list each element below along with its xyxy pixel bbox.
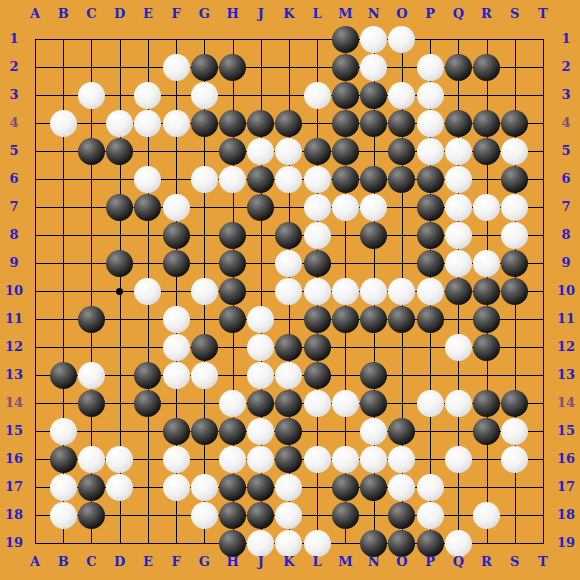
white-stone-L10	[304, 278, 331, 305]
white-stone-L14	[304, 390, 331, 417]
white-stone-N15	[360, 418, 387, 445]
black-stone-H15	[219, 418, 246, 445]
white-stone-Q6	[445, 166, 472, 193]
coord-label-left-16[interactable]: 16	[0, 449, 28, 469]
coord-label-bottom-H[interactable]: H	[219, 552, 247, 572]
coord-label-right-5[interactable]: 5	[552, 141, 580, 161]
coord-label-bottom-E[interactable]: E	[134, 552, 162, 572]
black-stone-L9	[304, 250, 331, 277]
black-stone-C18	[78, 502, 105, 529]
coord-label-left-11[interactable]: 11	[0, 309, 28, 329]
white-stone-F17	[163, 474, 190, 501]
black-stone-N6	[360, 166, 387, 193]
grid-hline-11	[35, 319, 544, 320]
white-stone-N2	[360, 54, 387, 81]
coord-label-left-13[interactable]: 13	[0, 365, 28, 385]
coord-label-left-10[interactable]: 10	[0, 281, 28, 301]
coord-label-left-18[interactable]: 18	[0, 505, 28, 525]
black-stone-J6	[247, 166, 274, 193]
black-stone-R12	[473, 334, 500, 361]
white-stone-H6	[219, 166, 246, 193]
coord-label-top-N[interactable]: N	[360, 4, 388, 24]
white-stone-J12	[247, 334, 274, 361]
black-stone-F9	[163, 250, 190, 277]
coord-label-left-3[interactable]: 3	[0, 85, 28, 105]
white-stone-F7	[163, 194, 190, 221]
white-stone-F12	[163, 334, 190, 361]
black-stone-E7	[134, 194, 161, 221]
black-stone-O5	[388, 138, 415, 165]
black-stone-H2	[219, 54, 246, 81]
white-stone-L6	[304, 166, 331, 193]
coord-label-top-P[interactable]: P	[416, 4, 444, 24]
black-stone-C17	[78, 474, 105, 501]
black-stone-R10	[473, 278, 500, 305]
coord-label-top-T[interactable]: T	[529, 4, 557, 24]
coord-label-right-2[interactable]: 2	[552, 57, 580, 77]
coord-label-left-9[interactable]: 9	[0, 253, 28, 273]
black-stone-F15	[163, 418, 190, 445]
black-stone-L11	[304, 306, 331, 333]
coord-label-right-19[interactable]: 19	[552, 533, 580, 553]
coord-label-bottom-B[interactable]: B	[49, 552, 77, 572]
coord-label-right-9[interactable]: 9	[552, 253, 580, 273]
black-stone-O11	[388, 306, 415, 333]
black-stone-C11	[78, 306, 105, 333]
coord-label-bottom-S[interactable]: S	[501, 552, 529, 572]
black-stone-P8	[417, 222, 444, 249]
black-stone-H5	[219, 138, 246, 165]
white-stone-F2	[163, 54, 190, 81]
black-stone-H11	[219, 306, 246, 333]
white-stone-D4	[106, 110, 133, 137]
white-stone-K6	[275, 166, 302, 193]
black-stone-E14	[134, 390, 161, 417]
black-stone-S9	[501, 250, 528, 277]
white-stone-S5	[501, 138, 528, 165]
coord-label-left-4[interactable]: 4	[0, 113, 28, 133]
white-stone-E10	[134, 278, 161, 305]
black-stone-J7	[247, 194, 274, 221]
black-stone-P9	[417, 250, 444, 277]
white-stone-D17	[106, 474, 133, 501]
black-stone-M5	[332, 138, 359, 165]
black-stone-R15	[473, 418, 500, 445]
black-stone-O15	[388, 418, 415, 445]
white-stone-M14	[332, 390, 359, 417]
coord-label-top-O[interactable]: O	[388, 4, 416, 24]
white-stone-C13	[78, 362, 105, 389]
coord-label-right-15[interactable]: 15	[552, 421, 580, 441]
white-stone-E3	[134, 82, 161, 109]
white-stone-M10	[332, 278, 359, 305]
black-stone-N13	[360, 362, 387, 389]
white-stone-G6	[191, 166, 218, 193]
coord-label-bottom-F[interactable]: F	[162, 552, 190, 572]
black-stone-J17	[247, 474, 274, 501]
black-stone-O6	[388, 166, 415, 193]
black-stone-Q10	[445, 278, 472, 305]
coord-label-top-D[interactable]: D	[106, 4, 134, 24]
coord-label-bottom-A[interactable]: A	[21, 552, 49, 572]
white-stone-R7	[473, 194, 500, 221]
black-stone-G15	[191, 418, 218, 445]
black-stone-B16	[50, 446, 77, 473]
black-stone-G4	[191, 110, 218, 137]
white-stone-K9	[275, 250, 302, 277]
black-stone-M18	[332, 502, 359, 529]
black-stone-M3	[332, 82, 359, 109]
black-stone-O4	[388, 110, 415, 137]
coord-label-top-E[interactable]: E	[134, 4, 162, 24]
coord-label-top-L[interactable]: L	[303, 4, 331, 24]
white-stone-C3	[78, 82, 105, 109]
white-stone-S15	[501, 418, 528, 445]
white-stone-P2	[417, 54, 444, 81]
white-stone-G3	[191, 82, 218, 109]
white-stone-Q8	[445, 222, 472, 249]
black-stone-D5	[106, 138, 133, 165]
white-stone-O17	[388, 474, 415, 501]
coord-label-left-7[interactable]: 7	[0, 197, 28, 217]
grid-vline-T	[543, 39, 544, 544]
black-stone-P11	[417, 306, 444, 333]
black-stone-H17	[219, 474, 246, 501]
white-stone-Q5	[445, 138, 472, 165]
white-stone-S16	[501, 446, 528, 473]
coord-label-left-5[interactable]: 5	[0, 141, 28, 161]
white-stone-O10	[388, 278, 415, 305]
black-stone-R11	[473, 306, 500, 333]
black-stone-P7	[417, 194, 444, 221]
white-stone-P3	[417, 82, 444, 109]
white-stone-O1	[388, 26, 415, 53]
coord-label-right-8[interactable]: 8	[552, 225, 580, 245]
coord-label-right-18[interactable]: 18	[552, 505, 580, 525]
coord-label-left-12[interactable]: 12	[0, 337, 28, 357]
white-stone-S7	[501, 194, 528, 221]
white-stone-O3	[388, 82, 415, 109]
coord-label-left-6[interactable]: 6	[0, 169, 28, 189]
black-stone-C5	[78, 138, 105, 165]
black-stone-F8	[163, 222, 190, 249]
coord-label-bottom-L[interactable]: L	[303, 552, 331, 572]
white-stone-K13	[275, 362, 302, 389]
white-stone-Q14	[445, 390, 472, 417]
star-point-D10	[116, 288, 123, 295]
white-stone-H14	[219, 390, 246, 417]
coord-label-right-4[interactable]: 4	[552, 113, 580, 133]
white-stone-E6	[134, 166, 161, 193]
coord-label-bottom-N[interactable]: N	[360, 552, 388, 572]
black-stone-S14	[501, 390, 528, 417]
white-stone-J13	[247, 362, 274, 389]
coord-label-bottom-Q[interactable]: Q	[444, 552, 472, 572]
black-stone-O18	[388, 502, 415, 529]
coord-label-bottom-M[interactable]: M	[331, 552, 359, 572]
black-stone-C14	[78, 390, 105, 417]
black-stone-N3	[360, 82, 387, 109]
black-stone-K15	[275, 418, 302, 445]
black-stone-J14	[247, 390, 274, 417]
coord-label-left-2[interactable]: 2	[0, 57, 28, 77]
coord-label-top-C[interactable]: C	[77, 4, 105, 24]
black-stone-L5	[304, 138, 331, 165]
white-stone-R9	[473, 250, 500, 277]
black-stone-K16	[275, 446, 302, 473]
black-stone-R14	[473, 390, 500, 417]
coord-label-right-3[interactable]: 3	[552, 85, 580, 105]
coord-label-left-8[interactable]: 8	[0, 225, 28, 245]
coord-label-bottom-K[interactable]: K	[275, 552, 303, 572]
white-stone-M16	[332, 446, 359, 473]
coord-label-right-11[interactable]: 11	[552, 309, 580, 329]
black-stone-Q4	[445, 110, 472, 137]
coord-label-top-Q[interactable]: Q	[444, 4, 472, 24]
black-stone-M1	[332, 26, 359, 53]
white-stone-P4	[417, 110, 444, 137]
coord-label-bottom-R[interactable]: R	[473, 552, 501, 572]
black-stone-L13	[304, 362, 331, 389]
coord-label-top-M[interactable]: M	[331, 4, 359, 24]
coord-label-bottom-O[interactable]: O	[388, 552, 416, 572]
white-stone-J16	[247, 446, 274, 473]
white-stone-N10	[360, 278, 387, 305]
black-stone-B13	[50, 362, 77, 389]
white-stone-Q7	[445, 194, 472, 221]
white-stone-G17	[191, 474, 218, 501]
black-stone-N14	[360, 390, 387, 417]
black-stone-K4	[275, 110, 302, 137]
coord-label-top-K[interactable]: K	[275, 4, 303, 24]
coord-label-left-19[interactable]: 19	[0, 533, 28, 553]
white-stone-L8	[304, 222, 331, 249]
black-stone-Q2	[445, 54, 472, 81]
white-stone-R18	[473, 502, 500, 529]
coord-label-left-15[interactable]: 15	[0, 421, 28, 441]
coord-label-bottom-T[interactable]: T	[529, 552, 557, 572]
black-stone-R4	[473, 110, 500, 137]
white-stone-F11	[163, 306, 190, 333]
black-stone-H10	[219, 278, 246, 305]
black-stone-D7	[106, 194, 133, 221]
white-stone-M7	[332, 194, 359, 221]
black-stone-L12	[304, 334, 331, 361]
coord-label-top-B[interactable]: B	[49, 4, 77, 24]
white-stone-D16	[106, 446, 133, 473]
black-stone-P6	[417, 166, 444, 193]
black-stone-H9	[219, 250, 246, 277]
coord-label-bottom-P[interactable]: P	[416, 552, 444, 572]
black-stone-K12	[275, 334, 302, 361]
coord-label-bottom-C[interactable]: C	[77, 552, 105, 572]
white-stone-F4	[163, 110, 190, 137]
coord-label-left-17[interactable]: 17	[0, 477, 28, 497]
black-stone-K8	[275, 222, 302, 249]
black-stone-J18	[247, 502, 274, 529]
black-stone-M6	[332, 166, 359, 193]
coord-label-right-14[interactable]: 14	[552, 393, 580, 413]
white-stone-P14	[417, 390, 444, 417]
black-stone-S6	[501, 166, 528, 193]
coord-label-right-1[interactable]: 1	[552, 29, 580, 49]
white-stone-P10	[417, 278, 444, 305]
coord-label-right-6[interactable]: 6	[552, 169, 580, 189]
black-stone-M17	[332, 474, 359, 501]
white-stone-J5	[247, 138, 274, 165]
white-stone-B17	[50, 474, 77, 501]
black-stone-R5	[473, 138, 500, 165]
white-stone-L3	[304, 82, 331, 109]
white-stone-N16	[360, 446, 387, 473]
coord-label-top-J[interactable]: J	[247, 4, 275, 24]
black-stone-N17	[360, 474, 387, 501]
white-stone-G10	[191, 278, 218, 305]
coord-label-right-10[interactable]: 10	[552, 281, 580, 301]
coord-label-top-G[interactable]: G	[190, 4, 218, 24]
white-stone-L7	[304, 194, 331, 221]
white-stone-B15	[50, 418, 77, 445]
coord-label-right-13[interactable]: 13	[552, 365, 580, 385]
white-stone-J11	[247, 306, 274, 333]
black-stone-M4	[332, 110, 359, 137]
black-stone-H18	[219, 502, 246, 529]
black-stone-D9	[106, 250, 133, 277]
white-stone-Q12	[445, 334, 472, 361]
white-stone-H16	[219, 446, 246, 473]
black-stone-N4	[360, 110, 387, 137]
coord-label-top-A[interactable]: A	[21, 4, 49, 24]
coord-label-right-12[interactable]: 12	[552, 337, 580, 357]
white-stone-G18	[191, 502, 218, 529]
white-stone-S8	[501, 222, 528, 249]
coord-label-left-14[interactable]: 14	[0, 393, 28, 413]
white-stone-P5	[417, 138, 444, 165]
white-stone-K5	[275, 138, 302, 165]
black-stone-J4	[247, 110, 274, 137]
black-stone-G2	[191, 54, 218, 81]
coord-label-top-H[interactable]: H	[219, 4, 247, 24]
white-stone-P17	[417, 474, 444, 501]
black-stone-E13	[134, 362, 161, 389]
coord-label-top-S[interactable]: S	[501, 4, 529, 24]
white-stone-C16	[78, 446, 105, 473]
white-stone-O16	[388, 446, 415, 473]
go-board: AABBCCDDEEFFGGHHJJKKLLMMNNOOPPQQRRSSTT11…	[0, 0, 580, 580]
white-stone-Q16	[445, 446, 472, 473]
black-stone-R2	[473, 54, 500, 81]
white-stone-K17	[275, 474, 302, 501]
white-stone-N7	[360, 194, 387, 221]
coord-label-top-R[interactable]: R	[473, 4, 501, 24]
white-stone-K18	[275, 502, 302, 529]
coord-label-bottom-J[interactable]: J	[247, 552, 275, 572]
black-stone-M11	[332, 306, 359, 333]
black-stone-S4	[501, 110, 528, 137]
black-stone-N11	[360, 306, 387, 333]
white-stone-P18	[417, 502, 444, 529]
white-stone-Q9	[445, 250, 472, 277]
white-stone-G13	[191, 362, 218, 389]
white-stone-F16	[163, 446, 190, 473]
black-stone-K14	[275, 390, 302, 417]
white-stone-F13	[163, 362, 190, 389]
black-stone-S10	[501, 278, 528, 305]
coord-label-right-16[interactable]: 16	[552, 449, 580, 469]
white-stone-B4	[50, 110, 77, 137]
black-stone-M2	[332, 54, 359, 81]
black-stone-H4	[219, 110, 246, 137]
white-stone-L16	[304, 446, 331, 473]
white-stone-K10	[275, 278, 302, 305]
coord-label-top-F[interactable]: F	[162, 4, 190, 24]
coord-label-bottom-D[interactable]: D	[106, 552, 134, 572]
go-board-diagram: AABBCCDDEEFFGGHHJJKKLLMMNNOOPPQQRRSSTT11…	[0, 0, 580, 580]
white-stone-J15	[247, 418, 274, 445]
white-stone-E4	[134, 110, 161, 137]
coord-label-right-17[interactable]: 17	[552, 477, 580, 497]
black-stone-N8	[360, 222, 387, 249]
coord-label-right-7[interactable]: 7	[552, 197, 580, 217]
coord-label-left-1[interactable]: 1	[0, 29, 28, 49]
white-stone-B18	[50, 502, 77, 529]
white-stone-N1	[360, 26, 387, 53]
black-stone-H8	[219, 222, 246, 249]
black-stone-G12	[191, 334, 218, 361]
coord-label-bottom-G[interactable]: G	[190, 552, 218, 572]
